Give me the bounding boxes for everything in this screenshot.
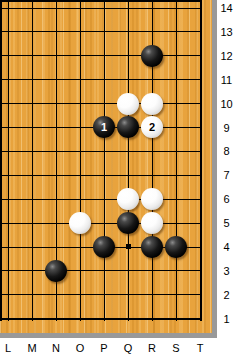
board-intersection[interactable]: [188, 235, 212, 259]
board-intersection[interactable]: [116, 44, 140, 68]
board-intersection[interactable]: [44, 139, 68, 163]
board-intersection[interactable]: [92, 307, 116, 331]
board-intersection[interactable]: [140, 259, 164, 283]
board-intersection[interactable]: [188, 20, 212, 44]
white-stone: 2: [141, 116, 163, 138]
board-intersection[interactable]: [92, 187, 116, 211]
board-intersection[interactable]: [164, 92, 188, 116]
white-stone: [141, 212, 163, 234]
board-intersection[interactable]: [68, 139, 92, 163]
board-intersection[interactable]: [0, 139, 20, 163]
board-intersection[interactable]: [68, 20, 92, 44]
board-intersection[interactable]: [164, 283, 188, 307]
board-intersection[interactable]: [44, 20, 68, 44]
board-intersection[interactable]: [20, 92, 44, 116]
board-intersection[interactable]: [92, 92, 116, 116]
board-intersection[interactable]: [20, 187, 44, 211]
board-intersection[interactable]: [44, 211, 68, 235]
column-coordinate-label: N: [44, 340, 68, 356]
board-intersection[interactable]: [92, 283, 116, 307]
board-intersection[interactable]: [0, 0, 20, 20]
board-intersection[interactable]: [164, 139, 188, 163]
board-intersection[interactable]: [0, 283, 20, 307]
board-intersection[interactable]: [116, 259, 140, 283]
board-intersection[interactable]: [188, 163, 212, 187]
black-stone: [117, 116, 139, 138]
board-intersection[interactable]: [164, 44, 188, 68]
board-intersection[interactable]: [164, 68, 188, 92]
white-stone: [141, 188, 163, 210]
board-intersection[interactable]: [0, 92, 20, 116]
board-intersection[interactable]: [140, 68, 164, 92]
board-intersection[interactable]: [0, 235, 20, 259]
board-intersection[interactable]: 1: [92, 116, 116, 140]
white-stone: [69, 212, 91, 234]
board-intersection[interactable]: [68, 235, 92, 259]
board-intersection[interactable]: [20, 139, 44, 163]
board-intersection[interactable]: [164, 211, 188, 235]
board-intersection[interactable]: [164, 163, 188, 187]
black-stone: [165, 236, 187, 258]
row-coordinate-label: 5: [217, 215, 236, 231]
board-intersection[interactable]: [44, 307, 68, 331]
row-coordinate-label: 4: [217, 239, 236, 255]
column-coordinate-label: L: [0, 340, 20, 356]
board-intersection[interactable]: [20, 0, 44, 20]
board-intersection[interactable]: [0, 68, 20, 92]
board-intersection[interactable]: [20, 283, 44, 307]
board-intersection[interactable]: [164, 307, 188, 331]
board-intersection[interactable]: [44, 259, 68, 283]
board-intersection[interactable]: [92, 20, 116, 44]
board-intersection[interactable]: [188, 283, 212, 307]
board-intersection[interactable]: [188, 259, 212, 283]
board-intersection[interactable]: [188, 116, 212, 140]
board-intersection[interactable]: [20, 68, 44, 92]
board-intersection[interactable]: [44, 68, 68, 92]
board-intersection[interactable]: [0, 307, 20, 331]
board-intersection[interactable]: [68, 187, 92, 211]
board-intersection[interactable]: [44, 92, 68, 116]
board-intersection[interactable]: [44, 163, 68, 187]
board-intersection[interactable]: [164, 20, 188, 44]
board-intersection[interactable]: [116, 116, 140, 140]
board-intersection[interactable]: [188, 68, 212, 92]
board-intersection[interactable]: [44, 283, 68, 307]
board-intersection[interactable]: [140, 0, 164, 20]
board-intersection[interactable]: [44, 116, 68, 140]
black-stone: 1: [93, 116, 115, 138]
row-coordinate-label: 11: [217, 72, 236, 88]
go-diagram: 12 1413121110987654321 LMNOPQRST: [0, 0, 236, 356]
board-intersection[interactable]: [188, 0, 212, 20]
black-stone: [141, 236, 163, 258]
white-stone: [117, 188, 139, 210]
board-intersection[interactable]: [140, 163, 164, 187]
black-stone: [93, 236, 115, 258]
column-coordinate-label: Q: [116, 340, 140, 356]
move-number-label: 2: [149, 122, 155, 133]
column-coordinate-label: O: [68, 340, 92, 356]
board-intersection[interactable]: [164, 259, 188, 283]
board-intersection[interactable]: [164, 116, 188, 140]
column-coordinate-label: S: [164, 340, 188, 356]
board-intersection[interactable]: [20, 307, 44, 331]
board-intersection[interactable]: [116, 92, 140, 116]
board-intersection[interactable]: [44, 187, 68, 211]
board-intersection[interactable]: [92, 44, 116, 68]
board-intersection[interactable]: [116, 211, 140, 235]
board-intersection[interactable]: [116, 139, 140, 163]
board-intersection[interactable]: [20, 116, 44, 140]
column-coordinate-label: T: [188, 340, 212, 356]
board-intersection[interactable]: [0, 44, 20, 68]
board-intersection[interactable]: [68, 283, 92, 307]
row-coordinate-label: 6: [217, 191, 236, 207]
board-intersection[interactable]: [68, 259, 92, 283]
board-intersection[interactable]: [92, 163, 116, 187]
board-intersection[interactable]: [20, 44, 44, 68]
board-intersection[interactable]: [140, 20, 164, 44]
board-intersection[interactable]: [68, 68, 92, 92]
row-coordinate-label: 2: [217, 287, 236, 303]
white-stone: [141, 93, 163, 115]
board-intersection[interactable]: [140, 307, 164, 331]
star-point: [126, 244, 131, 249]
board-intersection[interactable]: [116, 235, 140, 259]
board-intersection[interactable]: [20, 235, 44, 259]
board-intersection[interactable]: [140, 283, 164, 307]
board-intersection[interactable]: [44, 0, 68, 20]
board-intersection[interactable]: [140, 235, 164, 259]
board-intersection[interactable]: [116, 163, 140, 187]
board-intersection[interactable]: [116, 68, 140, 92]
board-intersection[interactable]: [188, 187, 212, 211]
board-intersection[interactable]: [20, 20, 44, 44]
board-intersection[interactable]: [140, 139, 164, 163]
row-coordinate-label: 10: [217, 96, 236, 112]
board-intersection[interactable]: [68, 307, 92, 331]
board-intersection[interactable]: [92, 235, 116, 259]
board-intersection[interactable]: [68, 92, 92, 116]
go-board: 12: [0, 0, 212, 333]
row-coordinate-label: 1: [217, 311, 236, 327]
board-intersection[interactable]: [140, 187, 164, 211]
board-intersection[interactable]: [164, 235, 188, 259]
board-intersection[interactable]: [0, 187, 20, 211]
row-coordinate-label: 3: [217, 263, 236, 279]
board-intersection[interactable]: [188, 211, 212, 235]
board-intersection[interactable]: [140, 92, 164, 116]
board-intersection[interactable]: [0, 20, 20, 44]
board-intersection[interactable]: [140, 211, 164, 235]
column-coordinate-label: M: [20, 340, 44, 356]
white-stone: [117, 93, 139, 115]
board-intersection[interactable]: 2: [140, 116, 164, 140]
row-coordinate-label: 7: [217, 167, 236, 183]
board-intersection[interactable]: [164, 187, 188, 211]
board-intersection[interactable]: [20, 211, 44, 235]
board-intersection[interactable]: [20, 259, 44, 283]
black-stone: [141, 45, 163, 67]
board-intersection[interactable]: [164, 0, 188, 20]
board-intersection[interactable]: [20, 163, 44, 187]
board-intersection[interactable]: [92, 68, 116, 92]
board-intersection[interactable]: [116, 0, 140, 20]
board-intersection[interactable]: [0, 163, 20, 187]
board-intersection[interactable]: [116, 20, 140, 44]
board-intersection[interactable]: [188, 139, 212, 163]
board-intersection[interactable]: [44, 44, 68, 68]
board-intersection[interactable]: [116, 283, 140, 307]
row-coordinate-label: 13: [217, 24, 236, 40]
move-number-label: 1: [101, 122, 107, 133]
board-intersection[interactable]: [0, 211, 20, 235]
board-intersection[interactable]: [68, 0, 92, 20]
board-intersection[interactable]: [0, 116, 20, 140]
board-intersection[interactable]: [92, 259, 116, 283]
board-intersection[interactable]: [116, 187, 140, 211]
board-intersection[interactable]: [92, 0, 116, 20]
row-coordinate-label: 12: [217, 48, 236, 64]
board-intersections: 12: [0, 0, 212, 331]
column-coordinate-label: P: [92, 340, 116, 356]
board-intersection[interactable]: [92, 211, 116, 235]
board-intersection[interactable]: [140, 44, 164, 68]
board-intersection[interactable]: [68, 44, 92, 68]
board-intersection[interactable]: [0, 259, 20, 283]
row-coordinate-label: 8: [217, 143, 236, 159]
column-coordinate-label: R: [140, 340, 164, 356]
board-intersection[interactable]: [44, 235, 68, 259]
board-intersection[interactable]: [116, 307, 140, 331]
board-intersection[interactable]: [188, 307, 212, 331]
board-intersection[interactable]: [68, 116, 92, 140]
board-intersection[interactable]: [188, 92, 212, 116]
row-coordinate-label: 9: [217, 120, 236, 136]
black-stone: [117, 212, 139, 234]
board-intersection[interactable]: [188, 44, 212, 68]
board-intersection[interactable]: [92, 139, 116, 163]
black-stone: [45, 260, 67, 282]
board-intersection[interactable]: [68, 163, 92, 187]
row-coordinate-label: 14: [217, 0, 236, 16]
board-intersection[interactable]: [68, 211, 92, 235]
